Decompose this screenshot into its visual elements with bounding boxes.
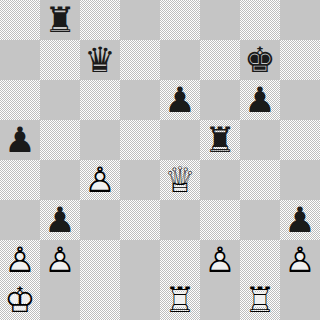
square-g1[interactable]: ♜♖ bbox=[240, 280, 280, 320]
piece-black-king[interactable]: ♚ bbox=[240, 40, 280, 80]
square-e2[interactable] bbox=[160, 240, 200, 280]
square-g6[interactable]: ♟ bbox=[240, 80, 280, 120]
piece-black-pawn[interactable]: ♟ bbox=[160, 80, 200, 120]
square-c5[interactable] bbox=[80, 120, 120, 160]
square-a4[interactable] bbox=[0, 160, 40, 200]
square-b6[interactable] bbox=[40, 80, 80, 120]
square-g8[interactable] bbox=[240, 0, 280, 40]
square-g5[interactable] bbox=[240, 120, 280, 160]
black-pawn-glyph: ♟ bbox=[40, 200, 80, 240]
white-pawn-outline-glyph: ♙ bbox=[40, 240, 80, 280]
piece-white-king[interactable]: ♚♔ bbox=[0, 280, 40, 320]
square-d3[interactable] bbox=[120, 200, 160, 240]
square-b1[interactable] bbox=[40, 280, 80, 320]
square-b4[interactable] bbox=[40, 160, 80, 200]
piece-black-queen[interactable]: ♛ bbox=[80, 40, 120, 80]
square-h3[interactable]: ♟ bbox=[280, 200, 320, 240]
square-b3[interactable]: ♟ bbox=[40, 200, 80, 240]
white-pawn-outline-glyph: ♙ bbox=[0, 240, 40, 280]
square-d8[interactable] bbox=[120, 0, 160, 40]
square-f5[interactable]: ♜ bbox=[200, 120, 240, 160]
square-e7[interactable] bbox=[160, 40, 200, 80]
square-d6[interactable] bbox=[120, 80, 160, 120]
square-a1[interactable]: ♚♔ bbox=[0, 280, 40, 320]
piece-white-pawn[interactable]: ♟♙ bbox=[280, 240, 320, 280]
black-queen-glyph: ♛ bbox=[80, 40, 120, 80]
square-h5[interactable] bbox=[280, 120, 320, 160]
square-e6[interactable]: ♟ bbox=[160, 80, 200, 120]
square-d7[interactable] bbox=[120, 40, 160, 80]
square-h2[interactable]: ♟♙ bbox=[280, 240, 320, 280]
square-f8[interactable] bbox=[200, 0, 240, 40]
square-f2[interactable]: ♟♙ bbox=[200, 240, 240, 280]
square-d1[interactable] bbox=[120, 280, 160, 320]
square-e5[interactable] bbox=[160, 120, 200, 160]
square-a5[interactable]: ♟ bbox=[0, 120, 40, 160]
square-a7[interactable] bbox=[0, 40, 40, 80]
square-d5[interactable] bbox=[120, 120, 160, 160]
white-rook-outline-glyph: ♖ bbox=[240, 280, 280, 320]
piece-white-pawn[interactable]: ♟♙ bbox=[40, 240, 80, 280]
white-pawn-outline-glyph: ♙ bbox=[80, 160, 120, 200]
square-h8[interactable] bbox=[280, 0, 320, 40]
square-c1[interactable] bbox=[80, 280, 120, 320]
piece-black-pawn[interactable]: ♟ bbox=[280, 200, 320, 240]
square-c4[interactable]: ♟♙ bbox=[80, 160, 120, 200]
square-f4[interactable] bbox=[200, 160, 240, 200]
piece-black-rook[interactable]: ♜ bbox=[200, 120, 240, 160]
square-g3[interactable] bbox=[240, 200, 280, 240]
white-rook-outline-glyph: ♖ bbox=[160, 280, 200, 320]
square-h6[interactable] bbox=[280, 80, 320, 120]
piece-white-pawn[interactable]: ♟♙ bbox=[80, 160, 120, 200]
square-b5[interactable] bbox=[40, 120, 80, 160]
square-e1[interactable]: ♜♖ bbox=[160, 280, 200, 320]
square-c8[interactable] bbox=[80, 0, 120, 40]
square-h7[interactable] bbox=[280, 40, 320, 80]
square-h1[interactable] bbox=[280, 280, 320, 320]
square-d2[interactable] bbox=[120, 240, 160, 280]
square-g4[interactable] bbox=[240, 160, 280, 200]
square-g2[interactable] bbox=[240, 240, 280, 280]
square-e8[interactable] bbox=[160, 0, 200, 40]
square-e4[interactable]: ♛♕ bbox=[160, 160, 200, 200]
square-f6[interactable] bbox=[200, 80, 240, 120]
black-king-glyph: ♚ bbox=[240, 40, 280, 80]
black-rook-glyph: ♜ bbox=[200, 120, 240, 160]
white-queen-outline-glyph: ♕ bbox=[160, 160, 200, 200]
white-king-outline-glyph: ♔ bbox=[0, 280, 40, 320]
piece-black-pawn[interactable]: ♟ bbox=[240, 80, 280, 120]
square-c7[interactable]: ♛ bbox=[80, 40, 120, 80]
square-h4[interactable] bbox=[280, 160, 320, 200]
square-a6[interactable] bbox=[0, 80, 40, 120]
piece-black-pawn[interactable]: ♟ bbox=[0, 120, 40, 160]
piece-white-queen[interactable]: ♛♕ bbox=[160, 160, 200, 200]
black-pawn-glyph: ♟ bbox=[240, 80, 280, 120]
white-pawn-outline-glyph: ♙ bbox=[280, 240, 320, 280]
piece-black-pawn[interactable]: ♟ bbox=[40, 200, 80, 240]
square-a8[interactable] bbox=[0, 0, 40, 40]
square-b7[interactable] bbox=[40, 40, 80, 80]
black-rook-glyph: ♜ bbox=[40, 0, 80, 40]
square-a3[interactable] bbox=[0, 200, 40, 240]
square-d4[interactable] bbox=[120, 160, 160, 200]
black-pawn-glyph: ♟ bbox=[160, 80, 200, 120]
chess-board: ♜♛♚♟♟♟♜♟♙♛♕♟♟♟♙♟♙♟♙♟♙♚♔♜♖♜♖ bbox=[0, 0, 320, 320]
square-b8[interactable]: ♜ bbox=[40, 0, 80, 40]
square-f1[interactable] bbox=[200, 280, 240, 320]
piece-black-rook[interactable]: ♜ bbox=[40, 0, 80, 40]
piece-white-pawn[interactable]: ♟♙ bbox=[200, 240, 240, 280]
square-b2[interactable]: ♟♙ bbox=[40, 240, 80, 280]
square-e3[interactable] bbox=[160, 200, 200, 240]
square-f3[interactable] bbox=[200, 200, 240, 240]
black-pawn-glyph: ♟ bbox=[280, 200, 320, 240]
white-pawn-outline-glyph: ♙ bbox=[200, 240, 240, 280]
square-a2[interactable]: ♟♙ bbox=[0, 240, 40, 280]
black-pawn-glyph: ♟ bbox=[0, 120, 40, 160]
square-f7[interactable] bbox=[200, 40, 240, 80]
square-c3[interactable] bbox=[80, 200, 120, 240]
piece-white-rook[interactable]: ♜♖ bbox=[240, 280, 280, 320]
piece-white-pawn[interactable]: ♟♙ bbox=[0, 240, 40, 280]
square-c6[interactable] bbox=[80, 80, 120, 120]
piece-white-rook[interactable]: ♜♖ bbox=[160, 280, 200, 320]
square-g7[interactable]: ♚ bbox=[240, 40, 280, 80]
square-c2[interactable] bbox=[80, 240, 120, 280]
